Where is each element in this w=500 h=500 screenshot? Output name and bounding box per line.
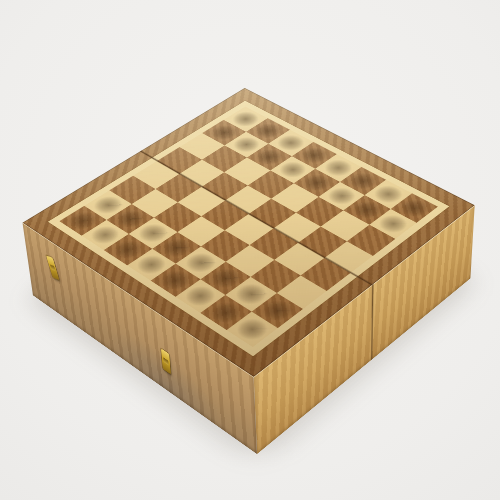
- square-e7[interactable]: [294, 169, 340, 197]
- piece-shadow: [273, 132, 309, 153]
- square-a7[interactable]: [202, 120, 246, 146]
- black-rook-glyph: ♜: [223, 74, 266, 121]
- piece-shadow: [228, 109, 264, 129]
- piece-shadow: [206, 122, 242, 143]
- chess-board: ♜♞♝♛♚♝♞♜♟♟♟♟♟♟♟♟♟♟♟♟♟♟♟♟♜♞♝♛♚♝♞♜: [23, 88, 475, 377]
- piece-black-pawn[interactable]: ♟: [247, 143, 292, 170]
- piece-black-knight[interactable]: ♞: [246, 118, 290, 143]
- piece-black-pawn[interactable]: ♟: [318, 182, 365, 211]
- piece-black-pawn[interactable]: ♟: [224, 131, 268, 157]
- piece-shadow: [250, 120, 286, 141]
- square-a8[interactable]: [224, 107, 267, 132]
- black-pawn-glyph: ♟: [322, 156, 361, 199]
- square-f7[interactable]: [318, 182, 365, 211]
- square-a4[interactable]: [133, 161, 179, 189]
- square-d5[interactable]: [225, 185, 272, 214]
- black-pawn-glyph: ♟: [205, 95, 241, 135]
- piece-black-queen[interactable]: ♛: [292, 142, 337, 169]
- piece-black-rook[interactable]: ♜: [224, 107, 267, 132]
- square-c7[interactable]: [247, 143, 292, 170]
- black-pawn-glyph: ♟: [297, 143, 335, 185]
- black-pawn-glyph: ♟: [372, 182, 412, 226]
- square-d8[interactable]: [292, 142, 337, 169]
- chess-box: ♜♞♝♛♚♝♞♜♟♟♟♟♟♟♟♟♟♟♟♟♟♟♟♟♜♞♝♛♚♝♞♜: [0, 0, 500, 500]
- square-a5[interactable]: [157, 147, 202, 174]
- square-b5[interactable]: [179, 159, 225, 187]
- piece-black-pawn[interactable]: ♟: [202, 120, 246, 146]
- black-pawn-glyph: ♟: [227, 106, 264, 147]
- black-bishop-glyph: ♝: [337, 127, 388, 183]
- black-pawn-glyph: ♟: [250, 118, 287, 159]
- square-b8[interactable]: [246, 118, 290, 143]
- piece-shadow: [274, 158, 311, 181]
- black-knight-glyph: ♞: [244, 82, 291, 134]
- square-b6[interactable]: [202, 145, 247, 172]
- square-c8[interactable]: [269, 130, 313, 156]
- piece-black-pawn[interactable]: ♟: [294, 169, 340, 197]
- black-king-glyph: ♚: [308, 105, 367, 171]
- square-a6[interactable]: [180, 133, 224, 159]
- square-b7[interactable]: [224, 131, 268, 157]
- black-pawn-glyph: ♟: [273, 130, 311, 172]
- piece-black-pawn[interactable]: ♟: [270, 156, 316, 183]
- square-c5[interactable]: [202, 172, 248, 200]
- piece-shadow: [298, 171, 336, 194]
- clasp-latch-2: [161, 348, 171, 374]
- piece-shadow: [320, 157, 357, 179]
- square-e6[interactable]: [272, 183, 319, 212]
- piece-black-king[interactable]: ♚: [316, 154, 362, 181]
- square-d6[interactable]: [248, 170, 294, 198]
- fold-seam-side: [371, 284, 374, 361]
- piece-white-rook[interactable]: ♜: [226, 311, 278, 347]
- piece-shadow: [251, 146, 288, 168]
- black-queen-glyph: ♛: [286, 97, 341, 158]
- square-e8[interactable]: [316, 154, 362, 181]
- piece-shadow: [228, 134, 264, 155]
- square-d7[interactable]: [270, 156, 316, 183]
- piece-black-bishop[interactable]: ♝: [269, 130, 313, 156]
- scene: ♜♞♝♛♚♝♞♜♟♟♟♟♟♟♟♟♟♟♟♟♟♟♟♟♜♞♝♛♚♝♞♜: [0, 0, 500, 500]
- white-rook-glyph: ♜: [227, 278, 275, 332]
- clasp-latch-1: [46, 255, 59, 280]
- square-c6[interactable]: [225, 158, 271, 185]
- piece-shadow: [296, 144, 333, 166]
- chess-set-photo: ♜♞♝♛♚♝♞♜♟♟♟♟♟♟♟♟♟♟♟♟♟♟♟♟♜♞♝♛♚♝♞♜: [0, 0, 500, 500]
- black-bishop-glyph: ♝: [265, 91, 314, 145]
- piece-shadow: [322, 184, 360, 208]
